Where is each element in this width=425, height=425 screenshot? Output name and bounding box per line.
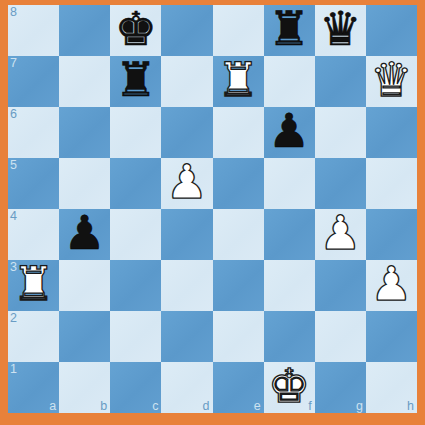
rank-label: 6	[10, 107, 17, 121]
square-d6[interactable]	[161, 107, 212, 158]
square-h1[interactable]: h	[366, 362, 417, 413]
piece-white-rook[interactable]: ♜	[217, 56, 259, 103]
square-h7[interactable]: ♛	[366, 56, 417, 107]
square-e1[interactable]: e	[213, 362, 264, 413]
square-g5[interactable]	[315, 158, 366, 209]
square-h3[interactable]: ♟	[366, 260, 417, 311]
rank-label: 2	[10, 311, 17, 325]
square-b7[interactable]	[59, 56, 110, 107]
piece-black-queen[interactable]: ♛	[319, 5, 361, 52]
square-d3[interactable]	[161, 260, 212, 311]
square-a7[interactable]: 7	[8, 56, 59, 107]
square-f8[interactable]: ♜	[264, 5, 315, 56]
square-d8[interactable]	[161, 5, 212, 56]
square-f4[interactable]	[264, 209, 315, 260]
board-frame: 8♚♜♛7♜♜♛6♟5♟4♟♟3♜♟21abcdef♚gh	[0, 0, 425, 425]
piece-black-rook[interactable]: ♜	[115, 56, 157, 103]
square-e8[interactable]	[213, 5, 264, 56]
square-g2[interactable]	[315, 311, 366, 362]
square-d4[interactable]	[161, 209, 212, 260]
square-f2[interactable]	[264, 311, 315, 362]
piece-black-king[interactable]: ♚	[115, 5, 157, 52]
square-g7[interactable]	[315, 56, 366, 107]
piece-white-queen[interactable]: ♛	[370, 56, 412, 103]
square-h8[interactable]	[366, 5, 417, 56]
square-f6[interactable]: ♟	[264, 107, 315, 158]
square-c3[interactable]	[110, 260, 161, 311]
file-label: e	[254, 399, 261, 413]
file-label: c	[152, 399, 158, 413]
square-b2[interactable]	[59, 311, 110, 362]
square-f5[interactable]	[264, 158, 315, 209]
square-c7[interactable]: ♜	[110, 56, 161, 107]
square-h5[interactable]	[366, 158, 417, 209]
square-e3[interactable]	[213, 260, 264, 311]
piece-white-pawn[interactable]: ♟	[319, 209, 361, 256]
square-b6[interactable]	[59, 107, 110, 158]
square-c5[interactable]	[110, 158, 161, 209]
square-f3[interactable]	[264, 260, 315, 311]
file-label: d	[203, 399, 210, 413]
square-b4[interactable]: ♟	[59, 209, 110, 260]
square-d5[interactable]: ♟	[161, 158, 212, 209]
square-f1[interactable]: f♚	[264, 362, 315, 413]
rank-label: 7	[10, 56, 17, 70]
rank-label: 4	[10, 209, 17, 223]
square-b8[interactable]	[59, 5, 110, 56]
square-c1[interactable]: c	[110, 362, 161, 413]
rank-label: 5	[10, 158, 17, 172]
square-c4[interactable]	[110, 209, 161, 260]
square-b3[interactable]	[59, 260, 110, 311]
square-a6[interactable]: 6	[8, 107, 59, 158]
square-c6[interactable]	[110, 107, 161, 158]
square-e7[interactable]: ♜	[213, 56, 264, 107]
square-d1[interactable]: d	[161, 362, 212, 413]
piece-black-pawn[interactable]: ♟	[64, 209, 106, 256]
square-g6[interactable]	[315, 107, 366, 158]
chess-board: 8♚♜♛7♜♜♛6♟5♟4♟♟3♜♟21abcdef♚gh	[8, 5, 417, 413]
square-a4[interactable]: 4	[8, 209, 59, 260]
file-label: g	[356, 399, 363, 413]
square-c2[interactable]	[110, 311, 161, 362]
piece-white-pawn[interactable]: ♟	[370, 260, 412, 307]
rank-label: 8	[10, 5, 17, 19]
file-label: a	[49, 399, 56, 413]
square-g3[interactable]	[315, 260, 366, 311]
square-f7[interactable]	[264, 56, 315, 107]
square-a3[interactable]: 3♜	[8, 260, 59, 311]
square-a1[interactable]: 1a	[8, 362, 59, 413]
square-e6[interactable]	[213, 107, 264, 158]
square-a2[interactable]: 2	[8, 311, 59, 362]
file-label: b	[100, 399, 107, 413]
square-h6[interactable]	[366, 107, 417, 158]
square-d2[interactable]	[161, 311, 212, 362]
piece-white-pawn[interactable]: ♟	[166, 158, 208, 205]
square-e5[interactable]	[213, 158, 264, 209]
piece-black-rook[interactable]: ♜	[268, 5, 310, 52]
square-g1[interactable]: g	[315, 362, 366, 413]
square-e4[interactable]	[213, 209, 264, 260]
square-c8[interactable]: ♚	[110, 5, 161, 56]
rank-label: 1	[10, 362, 17, 376]
square-d7[interactable]	[161, 56, 212, 107]
piece-white-rook[interactable]: ♜	[12, 260, 54, 307]
square-a8[interactable]: 8	[8, 5, 59, 56]
square-e2[interactable]	[213, 311, 264, 362]
square-h4[interactable]	[366, 209, 417, 260]
square-b5[interactable]	[59, 158, 110, 209]
square-g4[interactable]: ♟	[315, 209, 366, 260]
square-h2[interactable]	[366, 311, 417, 362]
piece-black-pawn[interactable]: ♟	[268, 107, 310, 154]
square-b1[interactable]: b	[59, 362, 110, 413]
square-g8[interactable]: ♛	[315, 5, 366, 56]
file-label: h	[407, 399, 414, 413]
piece-white-king[interactable]: ♚	[268, 362, 310, 409]
square-a5[interactable]: 5	[8, 158, 59, 209]
